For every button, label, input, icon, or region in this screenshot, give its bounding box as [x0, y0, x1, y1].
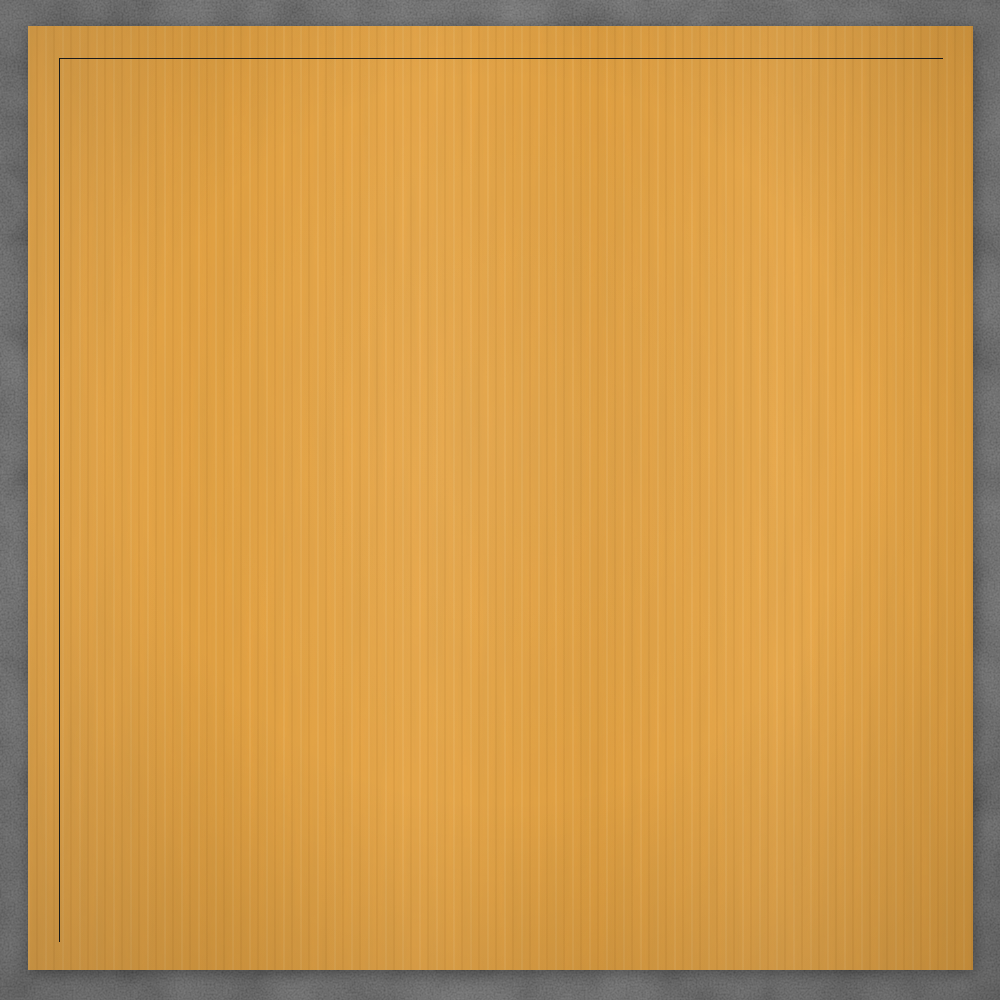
top-coordinates — [0, 0, 1000, 26]
board-overlay — [28, 26, 973, 970]
page — [0, 0, 1000, 1000]
left-coordinates — [0, 0, 26, 1000]
go-board[interactable] — [28, 26, 973, 970]
